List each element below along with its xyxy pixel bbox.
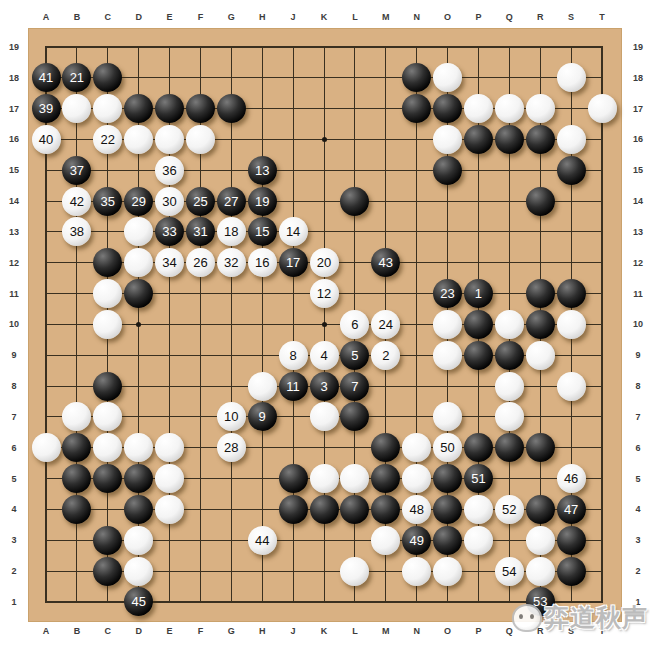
black-stone: 49	[402, 526, 431, 555]
move-number: 30	[155, 187, 184, 216]
move-number: 17	[279, 248, 308, 277]
white-stone: 18	[217, 217, 246, 246]
move-number: 16	[248, 248, 277, 277]
black-stone	[433, 156, 462, 185]
black-stone	[279, 464, 308, 493]
move-number: 1	[464, 279, 493, 308]
star-point	[322, 137, 327, 142]
white-stone	[186, 125, 215, 154]
coord-label-row: 17	[630, 104, 646, 114]
black-stone	[124, 495, 153, 524]
go-diagram: AABBCCDDEEFFGGHHJJKKLLMMNNOOPPQQRRSSTT19…	[0, 0, 650, 650]
black-stone	[155, 94, 184, 123]
white-stone	[588, 94, 617, 123]
black-stone: 51	[464, 464, 493, 493]
black-stone: 9	[248, 402, 277, 431]
white-stone: 34	[155, 248, 184, 277]
black-stone: 11	[279, 372, 308, 401]
black-stone: 45	[124, 587, 153, 616]
move-number: 13	[248, 156, 277, 185]
move-number: 3	[310, 372, 339, 401]
move-number: 19	[248, 187, 277, 216]
white-stone	[526, 526, 555, 555]
move-number: 22	[93, 125, 122, 154]
move-number: 32	[217, 248, 246, 277]
black-stone	[495, 125, 524, 154]
move-number: 39	[32, 94, 61, 123]
white-stone: 10	[217, 402, 246, 431]
black-stone	[464, 341, 493, 370]
white-stone	[433, 125, 462, 154]
white-stone: 42	[62, 187, 91, 216]
black-stone	[186, 94, 215, 123]
move-number: 42	[62, 187, 91, 216]
coord-label-column: H	[254, 626, 270, 636]
black-stone	[557, 557, 586, 586]
white-stone: 50	[433, 433, 462, 462]
black-stone	[433, 495, 462, 524]
move-number: 2	[371, 341, 400, 370]
black-stone	[464, 310, 493, 339]
black-stone	[495, 341, 524, 370]
coord-label-column: N	[409, 626, 425, 636]
coord-label-row: 11	[6, 289, 22, 299]
move-number: 33	[155, 217, 184, 246]
black-stone	[526, 125, 555, 154]
move-number: 48	[402, 495, 431, 524]
black-stone: 7	[340, 372, 369, 401]
white-stone	[464, 94, 493, 123]
white-stone: 26	[186, 248, 215, 277]
coord-label-column: B	[69, 12, 85, 22]
white-stone	[464, 526, 493, 555]
white-stone: 38	[62, 217, 91, 246]
black-stone	[464, 125, 493, 154]
black-stone: 47	[557, 495, 586, 524]
coord-label-row: 16	[630, 134, 646, 144]
move-number: 49	[402, 526, 431, 555]
move-number: 5	[340, 341, 369, 370]
move-number: 26	[186, 248, 215, 277]
coord-label-column: P	[470, 626, 486, 636]
black-stone	[526, 433, 555, 462]
black-stone	[557, 526, 586, 555]
move-number: 24	[371, 310, 400, 339]
black-stone	[557, 156, 586, 185]
move-number: 23	[433, 279, 462, 308]
move-number: 21	[62, 63, 91, 92]
black-stone: 17	[279, 248, 308, 277]
coord-label-column: N	[409, 12, 425, 22]
coord-label-row: 1	[630, 597, 646, 607]
move-number: 29	[124, 187, 153, 216]
move-number: 46	[557, 464, 586, 493]
move-number: 54	[495, 557, 524, 586]
white-stone: 30	[155, 187, 184, 216]
black-stone	[433, 94, 462, 123]
coord-label-row: 18	[6, 73, 22, 83]
coord-label-row: 17	[6, 104, 22, 114]
coord-label-row: 10	[6, 319, 22, 329]
coord-label-row: 12	[6, 258, 22, 268]
white-stone	[526, 557, 555, 586]
white-stone	[310, 464, 339, 493]
white-stone: 40	[32, 125, 61, 154]
move-number: 6	[340, 310, 369, 339]
white-stone: 48	[402, 495, 431, 524]
coord-label-column: E	[162, 626, 178, 636]
coord-label-column: K	[316, 626, 332, 636]
white-stone	[433, 341, 462, 370]
white-stone: 52	[495, 495, 524, 524]
coord-label-column: G	[223, 626, 239, 636]
move-number: 25	[186, 187, 215, 216]
white-stone: 24	[371, 310, 400, 339]
move-number: 10	[217, 402, 246, 431]
black-stone: 35	[93, 187, 122, 216]
white-stone	[124, 526, 153, 555]
coord-label-row: 9	[630, 350, 646, 360]
move-number: 7	[340, 372, 369, 401]
move-number: 18	[217, 217, 246, 246]
coord-label-row: 15	[6, 165, 22, 175]
move-number: 4	[310, 341, 339, 370]
white-stone	[402, 557, 431, 586]
white-stone: 12	[310, 279, 339, 308]
coord-label-column: C	[100, 626, 116, 636]
move-number: 31	[186, 217, 215, 246]
black-stone: 53	[526, 587, 555, 616]
coord-label-column: B	[69, 626, 85, 636]
move-number: 37	[62, 156, 91, 185]
move-number: 20	[310, 248, 339, 277]
coord-label-column: O	[440, 626, 456, 636]
white-stone	[248, 372, 277, 401]
coord-label-column: J	[285, 12, 301, 22]
black-stone	[526, 279, 555, 308]
coord-label-row: 10	[630, 319, 646, 329]
coord-label-row: 14	[630, 196, 646, 206]
move-number: 34	[155, 248, 184, 277]
white-stone: 14	[279, 217, 308, 246]
black-stone: 15	[248, 217, 277, 246]
black-stone: 29	[124, 187, 153, 216]
black-stone	[526, 187, 555, 216]
move-number: 38	[62, 217, 91, 246]
white-stone: 16	[248, 248, 277, 277]
black-stone	[495, 433, 524, 462]
black-stone	[93, 526, 122, 555]
black-stone	[433, 526, 462, 555]
white-stone: 22	[93, 125, 122, 154]
black-stone	[371, 495, 400, 524]
black-stone: 33	[155, 217, 184, 246]
white-stone	[155, 495, 184, 524]
black-stone: 21	[62, 63, 91, 92]
coord-label-column: A	[38, 626, 54, 636]
coord-label-row: 4	[630, 504, 646, 514]
move-number: 40	[32, 125, 61, 154]
black-stone: 23	[433, 279, 462, 308]
black-stone	[433, 464, 462, 493]
coord-label-column: D	[131, 626, 147, 636]
coord-label-row: 1	[6, 597, 22, 607]
black-stone: 1	[464, 279, 493, 308]
move-number: 50	[433, 433, 462, 462]
black-stone: 3	[310, 372, 339, 401]
coord-label-row: 15	[630, 165, 646, 175]
white-stone	[464, 495, 493, 524]
move-number: 11	[279, 372, 308, 401]
white-stone	[433, 557, 462, 586]
coord-label-column: L	[347, 626, 363, 636]
move-number: 44	[248, 526, 277, 555]
coord-label-column: S	[563, 626, 579, 636]
white-stone	[155, 464, 184, 493]
white-stone: 20	[310, 248, 339, 277]
black-stone	[93, 372, 122, 401]
black-stone	[310, 495, 339, 524]
coord-label-row: 6	[6, 443, 22, 453]
black-stone	[217, 94, 246, 123]
grid-vline	[262, 47, 263, 603]
black-stone: 27	[217, 187, 246, 216]
white-stone	[557, 63, 586, 92]
coord-label-column: Q	[501, 12, 517, 22]
coord-label-row: 9	[6, 350, 22, 360]
white-stone	[557, 372, 586, 401]
white-stone	[557, 125, 586, 154]
move-number: 35	[93, 187, 122, 216]
white-stone	[340, 557, 369, 586]
move-number: 52	[495, 495, 524, 524]
white-stone	[433, 310, 462, 339]
black-stone: 37	[62, 156, 91, 185]
coord-label-row: 3	[6, 535, 22, 545]
star-point	[322, 322, 327, 327]
move-number: 14	[279, 217, 308, 246]
white-stone	[495, 372, 524, 401]
white-stone: 44	[248, 526, 277, 555]
white-stone	[526, 341, 555, 370]
move-number: 45	[124, 587, 153, 616]
move-number: 51	[464, 464, 493, 493]
white-stone: 54	[495, 557, 524, 586]
move-number: 8	[279, 341, 308, 370]
coord-label-row: 12	[630, 258, 646, 268]
white-stone: 36	[155, 156, 184, 185]
white-stone	[495, 310, 524, 339]
black-stone: 41	[32, 63, 61, 92]
black-stone: 13	[248, 156, 277, 185]
white-stone: 2	[371, 341, 400, 370]
coord-label-column: E	[162, 12, 178, 22]
white-stone	[32, 433, 61, 462]
coord-label-column: Q	[501, 626, 517, 636]
white-stone: 6	[340, 310, 369, 339]
coord-label-column: R	[532, 626, 548, 636]
black-stone	[93, 557, 122, 586]
white-stone	[557, 310, 586, 339]
coord-label-row: 13	[6, 227, 22, 237]
coord-label-row: 11	[630, 289, 646, 299]
grid-vline	[231, 47, 232, 603]
move-number: 9	[248, 402, 277, 431]
white-stone: 8	[279, 341, 308, 370]
black-stone	[557, 279, 586, 308]
black-stone: 39	[32, 94, 61, 123]
white-stone: 28	[217, 433, 246, 462]
white-stone: 4	[310, 341, 339, 370]
black-stone	[340, 187, 369, 216]
coord-label-row: 13	[630, 227, 646, 237]
white-stone	[495, 94, 524, 123]
coord-label-row: 5	[630, 474, 646, 484]
coord-label-row: 8	[6, 381, 22, 391]
coord-label-row: 18	[630, 73, 646, 83]
coord-label-row: 3	[630, 535, 646, 545]
move-number: 36	[155, 156, 184, 185]
move-number: 53	[526, 587, 555, 616]
white-stone	[155, 125, 184, 154]
move-number: 12	[310, 279, 339, 308]
coord-label-column: A	[38, 12, 54, 22]
coord-label-column: C	[100, 12, 116, 22]
black-stone: 43	[371, 248, 400, 277]
coord-label-row: 7	[630, 412, 646, 422]
white-stone	[124, 557, 153, 586]
coord-label-column: F	[192, 12, 208, 22]
move-number: 47	[557, 495, 586, 524]
coord-label-row: 5	[6, 474, 22, 484]
move-number: 28	[217, 433, 246, 462]
coord-label-column: P	[470, 12, 486, 22]
coord-label-row: 7	[6, 412, 22, 422]
black-stone	[526, 310, 555, 339]
white-stone	[310, 402, 339, 431]
white-stone	[526, 94, 555, 123]
black-stone: 19	[248, 187, 277, 216]
black-stone: 31	[186, 217, 215, 246]
coord-label-column: L	[347, 12, 363, 22]
move-number: 43	[371, 248, 400, 277]
coord-label-column: G	[223, 12, 239, 22]
coord-label-row: 2	[630, 566, 646, 576]
move-number: 41	[32, 63, 61, 92]
coord-label-column: T	[594, 626, 610, 636]
coord-label-row: 14	[6, 196, 22, 206]
move-number: 15	[248, 217, 277, 246]
coord-label-row: 16	[6, 134, 22, 144]
coord-label-column: M	[378, 626, 394, 636]
move-number: 27	[217, 187, 246, 216]
coord-label-column: O	[440, 12, 456, 22]
white-stone: 46	[557, 464, 586, 493]
coord-label-column: H	[254, 12, 270, 22]
coord-label-column: S	[563, 12, 579, 22]
coord-label-row: 19	[6, 42, 22, 52]
black-stone: 25	[186, 187, 215, 216]
coord-label-row: 6	[630, 443, 646, 453]
coord-label-row: 4	[6, 504, 22, 514]
coord-label-row: 8	[630, 381, 646, 391]
black-stone: 5	[340, 341, 369, 370]
white-stone: 32	[217, 248, 246, 277]
coord-label-column: T	[594, 12, 610, 22]
white-stone	[371, 526, 400, 555]
white-stone	[124, 125, 153, 154]
coord-label-row: 2	[6, 566, 22, 576]
black-stone	[526, 495, 555, 524]
grid-vline	[601, 46, 603, 603]
coord-label-column: F	[192, 626, 208, 636]
coord-label-row: 19	[630, 42, 646, 52]
coord-label-column: R	[532, 12, 548, 22]
coord-label-column: M	[378, 12, 394, 22]
coord-label-column: J	[285, 626, 301, 636]
black-stone	[279, 495, 308, 524]
coord-label-column: D	[131, 12, 147, 22]
coord-label-column: K	[316, 12, 332, 22]
